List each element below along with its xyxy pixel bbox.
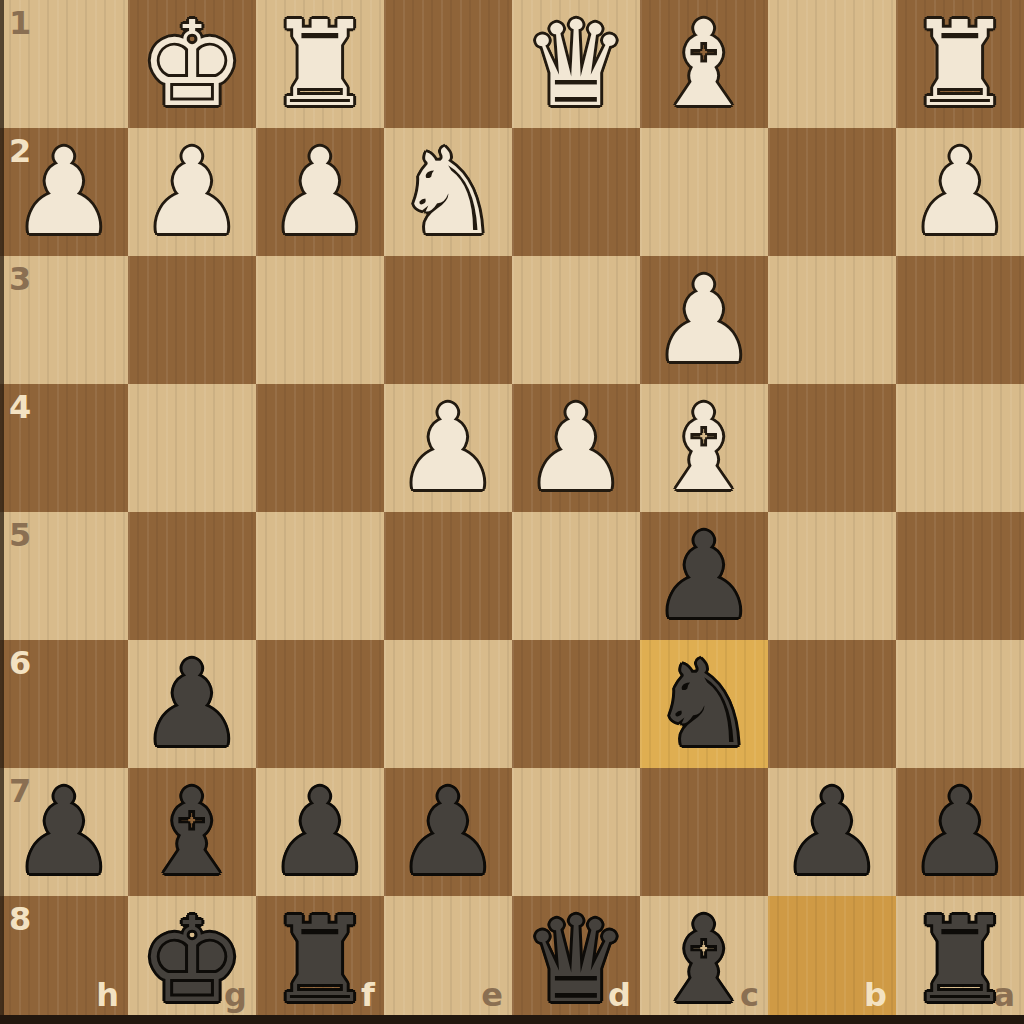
square-f6[interactable]: [256, 640, 384, 768]
square-g6[interactable]: ♟: [128, 640, 256, 768]
square-g3[interactable]: [128, 256, 256, 384]
square-d3[interactable]: [512, 256, 640, 384]
square-a6[interactable]: [896, 640, 1024, 768]
square-b6[interactable]: [768, 640, 896, 768]
square-f1[interactable]: ♜: [256, 0, 384, 128]
square-b2[interactable]: [768, 128, 896, 256]
square-e8[interactable]: e: [384, 896, 512, 1024]
square-a1[interactable]: ♜: [896, 0, 1024, 128]
piece-white-king[interactable]: ♚: [139, 0, 245, 128]
square-g8[interactable]: g♚: [128, 896, 256, 1024]
piece-white-pawn[interactable]: ♟: [523, 384, 629, 512]
square-h8[interactable]: 8h: [0, 896, 128, 1024]
square-e4[interactable]: ♟: [384, 384, 512, 512]
square-g4[interactable]: [128, 384, 256, 512]
square-c3[interactable]: ♟: [640, 256, 768, 384]
square-b7[interactable]: ♟: [768, 768, 896, 896]
square-f4[interactable]: [256, 384, 384, 512]
square-e2[interactable]: ♞: [384, 128, 512, 256]
square-f2[interactable]: ♟: [256, 128, 384, 256]
piece-black-king[interactable]: ♚: [139, 896, 245, 1024]
square-a8[interactable]: a♜: [896, 896, 1024, 1024]
square-a3[interactable]: [896, 256, 1024, 384]
rank-label-5: 5: [9, 516, 31, 554]
square-f8[interactable]: f♜: [256, 896, 384, 1024]
square-d2[interactable]: [512, 128, 640, 256]
piece-black-pawn[interactable]: ♟: [651, 512, 757, 640]
square-d1[interactable]: ♛: [512, 0, 640, 128]
square-b5[interactable]: [768, 512, 896, 640]
square-h5[interactable]: 5: [0, 512, 128, 640]
square-e5[interactable]: [384, 512, 512, 640]
file-label-e: e: [481, 976, 503, 1014]
piece-black-pawn[interactable]: ♟: [11, 768, 117, 896]
square-b1[interactable]: [768, 0, 896, 128]
square-d6[interactable]: [512, 640, 640, 768]
square-d8[interactable]: d♛: [512, 896, 640, 1024]
square-f7[interactable]: ♟: [256, 768, 384, 896]
square-d4[interactable]: ♟: [512, 384, 640, 512]
square-c5[interactable]: ♟: [640, 512, 768, 640]
square-h1[interactable]: 1: [0, 0, 128, 128]
square-a7[interactable]: ♟: [896, 768, 1024, 896]
square-c7[interactable]: [640, 768, 768, 896]
piece-white-pawn[interactable]: ♟: [11, 128, 117, 256]
square-c6[interactable]: ♞: [640, 640, 768, 768]
piece-black-bishop[interactable]: ♝: [651, 896, 757, 1024]
piece-white-pawn[interactable]: ♟: [907, 128, 1013, 256]
piece-white-rook[interactable]: ♜: [267, 0, 373, 128]
piece-white-pawn[interactable]: ♟: [651, 256, 757, 384]
square-f3[interactable]: [256, 256, 384, 384]
piece-black-bishop[interactable]: ♝: [139, 768, 245, 896]
rank-label-3: 3: [9, 260, 31, 298]
rank-label-1: 1: [9, 4, 31, 42]
piece-black-pawn[interactable]: ♟: [395, 768, 501, 896]
square-h7[interactable]: 7♟: [0, 768, 128, 896]
square-e3[interactable]: [384, 256, 512, 384]
square-d5[interactable]: [512, 512, 640, 640]
square-c1[interactable]: ♝: [640, 0, 768, 128]
piece-black-rook[interactable]: ♜: [267, 896, 373, 1024]
square-b4[interactable]: [768, 384, 896, 512]
piece-white-rook[interactable]: ♜: [907, 0, 1013, 128]
piece-black-pawn[interactable]: ♟: [779, 768, 885, 896]
square-b8[interactable]: b: [768, 896, 896, 1024]
file-label-b: b: [864, 976, 887, 1014]
square-g2[interactable]: ♟: [128, 128, 256, 256]
square-c2[interactable]: [640, 128, 768, 256]
piece-black-pawn[interactable]: ♟: [139, 640, 245, 768]
rank-label-6: 6: [9, 644, 31, 682]
chess-board: 1♚♜♛♝♜2♟♟♟♞♟3♟4♟♟♝5♟6♟♞7♟♝♟♟♟♟8hg♚f♜ed♛c…: [0, 0, 1024, 1024]
piece-black-knight[interactable]: ♞: [651, 640, 757, 768]
rank-label-8: 8: [9, 900, 31, 938]
piece-black-rook[interactable]: ♜: [907, 896, 1013, 1024]
piece-white-pawn[interactable]: ♟: [395, 384, 501, 512]
chess-board-area: 1♚♜♛♝♜2♟♟♟♞♟3♟4♟♟♝5♟6♟♞7♟♝♟♟♟♟8hg♚f♜ed♛c…: [0, 0, 1024, 1024]
square-h4[interactable]: 4: [0, 384, 128, 512]
square-f5[interactable]: [256, 512, 384, 640]
square-g7[interactable]: ♝: [128, 768, 256, 896]
piece-black-queen[interactable]: ♛: [523, 896, 629, 1024]
file-label-h: h: [96, 976, 119, 1014]
square-a5[interactable]: [896, 512, 1024, 640]
square-c8[interactable]: c♝: [640, 896, 768, 1024]
square-h6[interactable]: 6: [0, 640, 128, 768]
piece-white-queen[interactable]: ♛: [523, 0, 629, 128]
piece-white-pawn[interactable]: ♟: [139, 128, 245, 256]
square-d7[interactable]: [512, 768, 640, 896]
piece-white-knight[interactable]: ♞: [395, 128, 501, 256]
piece-black-pawn[interactable]: ♟: [907, 768, 1013, 896]
square-b3[interactable]: [768, 256, 896, 384]
square-h3[interactable]: 3: [0, 256, 128, 384]
piece-white-pawn[interactable]: ♟: [267, 128, 373, 256]
square-c4[interactable]: ♝: [640, 384, 768, 512]
square-a2[interactable]: ♟: [896, 128, 1024, 256]
square-h2[interactable]: 2♟: [0, 128, 128, 256]
piece-black-pawn[interactable]: ♟: [267, 768, 373, 896]
piece-white-bishop[interactable]: ♝: [651, 384, 757, 512]
square-g5[interactable]: [128, 512, 256, 640]
rank-label-4: 4: [9, 388, 31, 426]
square-a4[interactable]: [896, 384, 1024, 512]
square-g1[interactable]: ♚: [128, 0, 256, 128]
square-e6[interactable]: [384, 640, 512, 768]
piece-white-bishop[interactable]: ♝: [651, 0, 757, 128]
square-e7[interactable]: ♟: [384, 768, 512, 896]
square-e1[interactable]: [384, 0, 512, 128]
